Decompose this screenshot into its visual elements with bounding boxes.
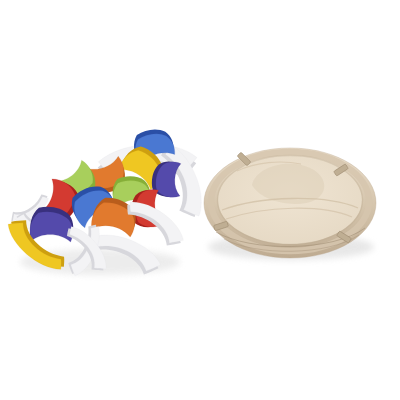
scene-svg — [0, 0, 400, 400]
product-photo-wooden-puzzle — [0, 0, 400, 400]
wooden-tray — [204, 148, 376, 260]
